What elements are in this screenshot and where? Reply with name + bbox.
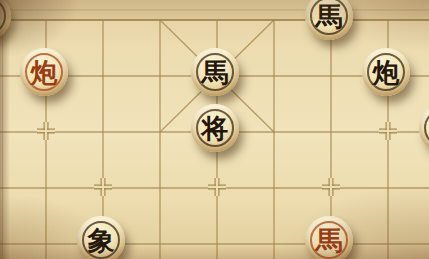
piece-character: 馬 bbox=[316, 227, 343, 254]
piece-character: 炮 bbox=[31, 59, 58, 86]
piece-black-cannon-h9[interactable]: 炮 bbox=[362, 48, 410, 96]
piece-black-general-e8[interactable]: 将 bbox=[191, 104, 239, 152]
xiangqi-board[interactable]: 車馬炮馬炮将車象馬 bbox=[0, 0, 429, 259]
piece-character: 将 bbox=[202, 115, 229, 142]
piece-engraved-ring bbox=[424, 109, 429, 147]
piece-engraved-ring bbox=[0, 0, 6, 35]
piece-red-cannon-b9[interactable]: 炮 bbox=[20, 48, 68, 96]
piece-character: 象 bbox=[88, 227, 115, 254]
piece-red-horse-g6[interactable]: 馬 bbox=[305, 216, 353, 259]
piece-character: 炮 bbox=[373, 59, 400, 86]
piece-black-horse-e9[interactable]: 馬 bbox=[191, 48, 239, 96]
piece-character: 馬 bbox=[316, 3, 343, 30]
piece-black-elephant-c6[interactable]: 象 bbox=[77, 216, 125, 259]
piece-character: 馬 bbox=[202, 59, 229, 86]
piece-character: 車 bbox=[0, 3, 1, 30]
